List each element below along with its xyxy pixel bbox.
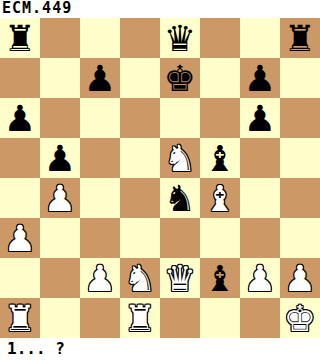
chess-app-window: ECM.449 ♜♛♜♟♚♟♟♟♟♞♝♟♞♝♟♟♞♛♝♟♟♜♜♚ 1... ? — [0, 0, 320, 360]
square-a5[interactable] — [0, 138, 40, 178]
square-e7[interactable]: ♚ — [160, 58, 200, 98]
square-b8[interactable] — [40, 18, 80, 58]
square-g3[interactable] — [240, 218, 280, 258]
white-knight-icon: ♞ — [160, 138, 200, 178]
square-d1[interactable]: ♜ — [120, 298, 160, 338]
square-d6[interactable] — [120, 98, 160, 138]
square-h3[interactable] — [280, 218, 320, 258]
white-rook-icon: ♜ — [120, 298, 160, 338]
black-pawn-icon: ♟ — [240, 98, 280, 138]
square-g1[interactable] — [240, 298, 280, 338]
white-pawn-icon: ♟ — [240, 258, 280, 298]
white-queen-icon: ♛ — [160, 258, 200, 298]
square-a6[interactable]: ♟ — [0, 98, 40, 138]
black-queen-icon: ♛ — [160, 18, 200, 58]
square-b2[interactable] — [40, 258, 80, 298]
square-h6[interactable] — [280, 98, 320, 138]
square-a1[interactable]: ♜ — [0, 298, 40, 338]
square-f7[interactable] — [200, 58, 240, 98]
black-rook-icon: ♜ — [0, 18, 40, 58]
square-c2[interactable]: ♟ — [80, 258, 120, 298]
square-c1[interactable] — [80, 298, 120, 338]
square-f1[interactable] — [200, 298, 240, 338]
square-f8[interactable] — [200, 18, 240, 58]
square-g5[interactable] — [240, 138, 280, 178]
square-d7[interactable] — [120, 58, 160, 98]
white-knight-icon: ♞ — [120, 258, 160, 298]
square-c7[interactable]: ♟ — [80, 58, 120, 98]
white-king-icon: ♚ — [280, 298, 320, 338]
square-b3[interactable] — [40, 218, 80, 258]
black-rook-icon: ♜ — [280, 18, 320, 58]
white-pawn-icon: ♟ — [40, 178, 80, 218]
square-e4[interactable]: ♞ — [160, 178, 200, 218]
black-pawn-icon: ♟ — [80, 58, 120, 98]
square-c6[interactable] — [80, 98, 120, 138]
black-knight-icon: ♞ — [160, 178, 200, 218]
black-pawn-icon: ♟ — [240, 58, 280, 98]
square-d5[interactable] — [120, 138, 160, 178]
black-bishop-icon: ♝ — [200, 138, 240, 178]
square-d8[interactable] — [120, 18, 160, 58]
square-a3[interactable]: ♟ — [0, 218, 40, 258]
black-pawn-icon: ♟ — [40, 138, 80, 178]
square-h4[interactable] — [280, 178, 320, 218]
black-bishop-icon: ♝ — [200, 258, 240, 298]
black-pawn-icon: ♟ — [0, 98, 40, 138]
square-f2[interactable]: ♝ — [200, 258, 240, 298]
chess-board: ♜♛♜♟♚♟♟♟♟♞♝♟♞♝♟♟♞♛♝♟♟♜♜♚ — [0, 18, 320, 338]
square-f5[interactable]: ♝ — [200, 138, 240, 178]
white-bishop-icon: ♝ — [200, 178, 240, 218]
square-h8[interactable]: ♜ — [280, 18, 320, 58]
square-e3[interactable] — [160, 218, 200, 258]
square-d3[interactable] — [120, 218, 160, 258]
square-a2[interactable] — [0, 258, 40, 298]
square-a7[interactable] — [0, 58, 40, 98]
page-title: ECM.449 — [0, 0, 320, 18]
white-pawn-icon: ♟ — [80, 258, 120, 298]
square-h2[interactable]: ♟ — [280, 258, 320, 298]
square-b4[interactable]: ♟ — [40, 178, 80, 218]
square-f6[interactable] — [200, 98, 240, 138]
square-c8[interactable] — [80, 18, 120, 58]
square-h5[interactable] — [280, 138, 320, 178]
square-g8[interactable] — [240, 18, 280, 58]
square-b7[interactable] — [40, 58, 80, 98]
square-g7[interactable]: ♟ — [240, 58, 280, 98]
square-g4[interactable] — [240, 178, 280, 218]
square-e2[interactable]: ♛ — [160, 258, 200, 298]
square-g2[interactable]: ♟ — [240, 258, 280, 298]
square-c4[interactable] — [80, 178, 120, 218]
square-h1[interactable]: ♚ — [280, 298, 320, 338]
square-e6[interactable] — [160, 98, 200, 138]
square-a4[interactable] — [0, 178, 40, 218]
white-rook-icon: ♜ — [0, 298, 40, 338]
square-b6[interactable] — [40, 98, 80, 138]
square-c5[interactable] — [80, 138, 120, 178]
square-h7[interactable] — [280, 58, 320, 98]
square-g6[interactable]: ♟ — [240, 98, 280, 138]
square-e5[interactable]: ♞ — [160, 138, 200, 178]
square-e8[interactable]: ♛ — [160, 18, 200, 58]
move-prompt: 1... ? — [0, 338, 320, 360]
white-pawn-icon: ♟ — [280, 258, 320, 298]
square-d4[interactable] — [120, 178, 160, 218]
black-king-icon: ♚ — [160, 58, 200, 98]
square-b5[interactable]: ♟ — [40, 138, 80, 178]
square-f3[interactable] — [200, 218, 240, 258]
white-pawn-icon: ♟ — [0, 218, 40, 258]
square-d2[interactable]: ♞ — [120, 258, 160, 298]
square-a8[interactable]: ♜ — [0, 18, 40, 58]
square-c3[interactable] — [80, 218, 120, 258]
square-e1[interactable] — [160, 298, 200, 338]
square-f4[interactable]: ♝ — [200, 178, 240, 218]
square-b1[interactable] — [40, 298, 80, 338]
